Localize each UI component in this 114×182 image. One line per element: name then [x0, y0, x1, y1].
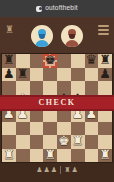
player-avatar-brown[interactable] [61, 25, 83, 47]
square-d6[interactable] [43, 81, 57, 95]
black-rook-b7: ♜ [16, 67, 30, 80]
hamburger-menu-icon[interactable] [98, 25, 109, 37]
square-a6[interactable] [2, 81, 16, 95]
black-pawn-a7: ♟ [2, 67, 16, 80]
player-avatar-blue[interactable] [31, 25, 53, 47]
square-e2[interactable]: ♚ [57, 135, 71, 149]
square-f6[interactable] [71, 81, 85, 95]
square-a3[interactable] [2, 122, 16, 136]
square-d2[interactable] [43, 135, 57, 149]
captured-tray: ♟♟♟ ♜♟ [0, 164, 114, 176]
square-a2[interactable] [2, 135, 16, 149]
square-h8[interactable]: ♜ [98, 54, 112, 68]
square-g3[interactable] [85, 122, 99, 136]
white-king-e2: ♚ [57, 134, 71, 147]
tray-divider [60, 166, 61, 174]
square-d7[interactable] [43, 68, 57, 82]
square-g8[interactable]: ♛ [85, 54, 99, 68]
captured-pawn-icon: ♟ [71, 166, 77, 175]
square-g7[interactable] [85, 68, 99, 82]
check-marker-corner [43, 54, 49, 60]
square-e8[interactable] [57, 54, 71, 68]
captured-group-left: ♟♟♟ [36, 166, 57, 175]
square-b8[interactable] [16, 54, 30, 68]
square-e7[interactable] [57, 68, 71, 82]
square-b7[interactable]: ♜ [16, 68, 30, 82]
square-a1[interactable]: ♜ [2, 149, 16, 163]
square-h6[interactable] [98, 81, 112, 95]
captured-pawn-icon: ♟ [44, 166, 50, 175]
square-c3[interactable] [30, 122, 44, 136]
avatar-beard [39, 34, 45, 39]
logo-text: outofthebit [45, 5, 78, 12]
check-banner: CHECK [0, 95, 114, 111]
square-g6[interactable] [85, 81, 99, 95]
check-marker-corner [51, 62, 57, 68]
square-h3[interactable] [98, 122, 112, 136]
square-a8[interactable]: ♜ [2, 54, 16, 68]
white-rook-h1: ♜ [98, 148, 112, 161]
captured-group-right: ♜♟ [64, 166, 78, 175]
white-rook-d1: ♜ [43, 148, 57, 161]
square-c6[interactable] [30, 81, 44, 95]
square-e1[interactable] [57, 149, 71, 163]
avatar-shoulders [35, 40, 49, 47]
square-f1[interactable] [71, 149, 85, 163]
check-banner-text: CHECK [39, 99, 76, 107]
avatar-beard [69, 34, 75, 39]
black-rook-h8: ♜ [98, 53, 112, 66]
square-h2[interactable] [98, 135, 112, 149]
captured-pawn-icon: ♟ [36, 166, 42, 175]
app-frame: outofthebit ♜ ♜♚♛♜♟♜♟♟♟♟♟♟♟♟♚♜♜♜♜ CHECK … [0, 0, 114, 182]
white-rook-f2: ♜ [71, 134, 85, 147]
square-e3[interactable] [57, 122, 71, 136]
square-f8[interactable] [71, 54, 85, 68]
black-pawn-h7: ♟ [98, 67, 112, 80]
avatar-shoulders [65, 40, 79, 47]
square-d8[interactable]: ♚ [43, 54, 57, 68]
trophy-rook-icon[interactable]: ♜ [4, 24, 15, 36]
square-c7[interactable] [30, 68, 44, 82]
square-c8[interactable] [30, 54, 44, 68]
square-d3[interactable] [43, 122, 57, 136]
check-marker-corner [43, 62, 49, 68]
captured-pawn-icon: ♟ [51, 166, 57, 175]
check-marker-corner [51, 54, 57, 60]
square-h7[interactable]: ♟ [98, 68, 112, 82]
square-b3[interactable] [16, 122, 30, 136]
square-f7[interactable] [71, 68, 85, 82]
square-b2[interactable] [16, 135, 30, 149]
black-queen-g8: ♛ [85, 53, 99, 66]
square-f3[interactable] [71, 122, 85, 136]
black-rook-a8: ♜ [2, 53, 16, 66]
square-b1[interactable] [16, 149, 30, 163]
square-b6[interactable] [16, 81, 30, 95]
square-f2[interactable]: ♜ [71, 135, 85, 149]
square-g2[interactable] [85, 135, 99, 149]
pinwheel-icon [36, 6, 42, 12]
white-rook-a1: ♜ [2, 148, 16, 161]
app-header: outofthebit [0, 0, 114, 17]
square-h1[interactable]: ♜ [98, 149, 112, 163]
square-c2[interactable] [30, 135, 44, 149]
square-e6[interactable] [57, 81, 71, 95]
player-bar: ♜ [0, 17, 114, 53]
captured-rook-icon: ♜ [64, 166, 70, 175]
square-d1[interactable]: ♜ [43, 149, 57, 163]
square-a7[interactable]: ♟ [2, 68, 16, 82]
square-c1[interactable] [30, 149, 44, 163]
square-g1[interactable] [85, 149, 99, 163]
